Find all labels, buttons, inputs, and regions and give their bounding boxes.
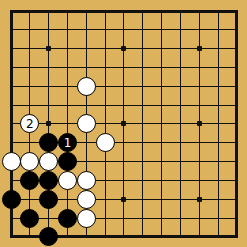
black-stone-dl [58, 209, 77, 228]
star-point [197, 197, 202, 202]
star-point [121, 197, 126, 202]
white-stone-el [77, 209, 96, 228]
star-point [121, 46, 126, 51]
move-label: 2 [26, 118, 34, 130]
black-stone-bl [20, 209, 39, 228]
black-stone-ck [39, 190, 58, 209]
grid-line-horizontal [11, 218, 237, 219]
black-stone-ak [2, 190, 21, 209]
star-point [46, 46, 51, 51]
white-stone-ee [77, 77, 96, 96]
white-stone-ai [2, 152, 21, 171]
grid-line-vertical [218, 11, 219, 237]
star-point [46, 121, 51, 126]
grid-line-vertical [161, 11, 162, 237]
star-point [197, 121, 202, 126]
white-stone-ej [77, 171, 96, 190]
white-stone-dj [58, 171, 77, 190]
black-stone-cm [39, 227, 58, 246]
star-point [197, 46, 202, 51]
white-stone-ek [77, 190, 96, 209]
black-stone-di [58, 152, 77, 171]
move-label: 1 [64, 137, 72, 149]
white-stone-fh [96, 133, 115, 152]
black-stone-cj [39, 171, 58, 190]
grid-line-vertical [142, 11, 143, 237]
grid-line-vertical [180, 11, 181, 237]
go-board: 21 [0, 0, 247, 247]
